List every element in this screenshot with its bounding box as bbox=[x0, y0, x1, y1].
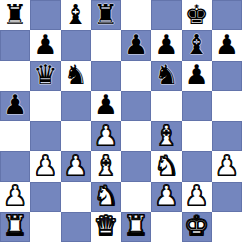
square-e1[interactable]: ♜ bbox=[121, 212, 151, 242]
white-knight[interactable]: ♞ bbox=[154, 152, 178, 179]
white-pawn[interactable]: ♟ bbox=[94, 122, 118, 149]
square-g4[interactable] bbox=[182, 121, 212, 151]
square-h1[interactable] bbox=[212, 212, 242, 242]
square-d5[interactable]: ♟ bbox=[91, 91, 121, 121]
white-pawn[interactable]: ♟ bbox=[33, 152, 57, 179]
square-e8[interactable] bbox=[121, 0, 151, 30]
square-c6[interactable]: ♞ bbox=[61, 61, 91, 91]
square-g5[interactable] bbox=[182, 91, 212, 121]
square-b8[interactable] bbox=[30, 0, 60, 30]
square-b3[interactable]: ♟ bbox=[30, 151, 60, 181]
square-a4[interactable] bbox=[0, 121, 30, 151]
square-f3[interactable]: ♞ bbox=[151, 151, 181, 181]
square-h6[interactable] bbox=[212, 61, 242, 91]
square-a3[interactable] bbox=[0, 151, 30, 181]
white-pawn[interactable]: ♟ bbox=[215, 152, 239, 179]
black-bishop[interactable]: ♝ bbox=[185, 31, 209, 58]
square-d6[interactable] bbox=[91, 61, 121, 91]
square-g3[interactable] bbox=[182, 151, 212, 181]
square-h3[interactable]: ♟ bbox=[212, 151, 242, 181]
white-pawn[interactable]: ♟ bbox=[3, 182, 27, 209]
square-c1[interactable] bbox=[61, 212, 91, 242]
square-f6[interactable]: ♞ bbox=[151, 61, 181, 91]
square-b7[interactable]: ♟ bbox=[30, 30, 60, 60]
square-d3[interactable]: ♝ bbox=[91, 151, 121, 181]
square-d2[interactable]: ♞ bbox=[91, 182, 121, 212]
square-b5[interactable] bbox=[30, 91, 60, 121]
black-pawn[interactable]: ♟ bbox=[215, 31, 239, 58]
white-rook[interactable]: ♜ bbox=[3, 212, 27, 239]
black-pawn[interactable]: ♟ bbox=[94, 91, 118, 118]
white-king[interactable]: ♚ bbox=[185, 212, 209, 239]
black-knight[interactable]: ♞ bbox=[154, 61, 178, 88]
square-g8[interactable]: ♚ bbox=[182, 0, 212, 30]
black-pawn[interactable]: ♟ bbox=[154, 31, 178, 58]
white-rook[interactable]: ♜ bbox=[124, 212, 148, 239]
square-b1[interactable] bbox=[30, 212, 60, 242]
square-c3[interactable]: ♟ bbox=[61, 151, 91, 181]
chess-board: ♜♝♜♚♟♟♟♝♟♛♞♞♟♟♟♟♝♟♟♝♞♟♟♞♟♟♜♛♜♚ bbox=[0, 0, 242, 242]
square-e3[interactable] bbox=[121, 151, 151, 181]
white-pawn[interactable]: ♟ bbox=[185, 182, 209, 209]
square-a1[interactable]: ♜ bbox=[0, 212, 30, 242]
square-a6[interactable] bbox=[0, 61, 30, 91]
square-e6[interactable] bbox=[121, 61, 151, 91]
black-bishop[interactable]: ♝ bbox=[64, 1, 88, 28]
square-e2[interactable] bbox=[121, 182, 151, 212]
square-f4[interactable]: ♝ bbox=[151, 121, 181, 151]
black-rook[interactable]: ♜ bbox=[94, 1, 118, 28]
white-pawn[interactable]: ♟ bbox=[154, 182, 178, 209]
square-e4[interactable] bbox=[121, 121, 151, 151]
square-d4[interactable]: ♟ bbox=[91, 121, 121, 151]
black-pawn[interactable]: ♟ bbox=[33, 31, 57, 58]
square-d7[interactable] bbox=[91, 30, 121, 60]
square-b6[interactable]: ♛ bbox=[30, 61, 60, 91]
square-f7[interactable]: ♟ bbox=[151, 30, 181, 60]
square-e7[interactable]: ♟ bbox=[121, 30, 151, 60]
square-e5[interactable] bbox=[121, 91, 151, 121]
square-a8[interactable]: ♜ bbox=[0, 0, 30, 30]
black-pawn[interactable]: ♟ bbox=[3, 91, 27, 118]
square-c2[interactable] bbox=[61, 182, 91, 212]
square-h5[interactable] bbox=[212, 91, 242, 121]
square-c8[interactable]: ♝ bbox=[61, 0, 91, 30]
square-h7[interactable]: ♟ bbox=[212, 30, 242, 60]
square-f5[interactable] bbox=[151, 91, 181, 121]
square-b4[interactable] bbox=[30, 121, 60, 151]
white-knight[interactable]: ♞ bbox=[94, 182, 118, 209]
square-d1[interactable]: ♛ bbox=[91, 212, 121, 242]
square-f8[interactable] bbox=[151, 0, 181, 30]
square-d8[interactable]: ♜ bbox=[91, 0, 121, 30]
square-b2[interactable] bbox=[30, 182, 60, 212]
black-king[interactable]: ♚ bbox=[185, 1, 209, 28]
square-a7[interactable] bbox=[0, 30, 30, 60]
white-queen[interactable]: ♛ bbox=[94, 212, 118, 239]
black-queen[interactable]: ♛ bbox=[33, 61, 57, 88]
square-f2[interactable]: ♟ bbox=[151, 182, 181, 212]
square-a2[interactable]: ♟ bbox=[0, 182, 30, 212]
square-h2[interactable] bbox=[212, 182, 242, 212]
white-pawn[interactable]: ♟ bbox=[64, 152, 88, 179]
square-f1[interactable] bbox=[151, 212, 181, 242]
square-c4[interactable] bbox=[61, 121, 91, 151]
black-knight[interactable]: ♞ bbox=[64, 61, 88, 88]
black-rook[interactable]: ♜ bbox=[3, 1, 27, 28]
square-h8[interactable] bbox=[212, 0, 242, 30]
square-a5[interactable]: ♟ bbox=[0, 91, 30, 121]
square-g1[interactable]: ♚ bbox=[182, 212, 212, 242]
square-c5[interactable] bbox=[61, 91, 91, 121]
square-h4[interactable] bbox=[212, 121, 242, 151]
square-g7[interactable]: ♝ bbox=[182, 30, 212, 60]
square-g2[interactable]: ♟ bbox=[182, 182, 212, 212]
black-pawn[interactable]: ♟ bbox=[185, 61, 209, 88]
square-c7[interactable] bbox=[61, 30, 91, 60]
square-g6[interactable]: ♟ bbox=[182, 61, 212, 91]
white-bishop[interactable]: ♝ bbox=[154, 122, 178, 149]
black-pawn[interactable]: ♟ bbox=[124, 31, 148, 58]
white-bishop[interactable]: ♝ bbox=[94, 152, 118, 179]
